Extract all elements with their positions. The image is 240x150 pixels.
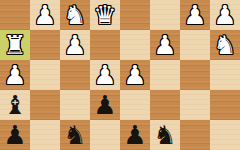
- square-c3[interactable]: ♟: [150, 30, 180, 60]
- square-e3[interactable]: [90, 30, 120, 60]
- square-c4[interactable]: [150, 60, 180, 90]
- square-b2[interactable]: ♟: [180, 0, 210, 30]
- square-d4[interactable]: ♟: [120, 60, 150, 90]
- white-pawn-piece[interactable]: ♟: [63, 30, 86, 60]
- square-f3[interactable]: ♟: [60, 30, 90, 60]
- white-pawn-piece[interactable]: ♟: [153, 30, 176, 60]
- white-knight-piece[interactable]: ♞: [63, 0, 86, 30]
- white-knight-piece[interactable]: ♞: [213, 30, 236, 60]
- square-h3[interactable]: ♜: [0, 30, 30, 60]
- square-d2[interactable]: [120, 0, 150, 30]
- square-g4[interactable]: [30, 60, 60, 90]
- square-b4[interactable]: [180, 60, 210, 90]
- square-h4[interactable]: ♟: [0, 60, 30, 90]
- square-g5[interactable]: [30, 90, 60, 120]
- square-e4[interactable]: ♟: [90, 60, 120, 90]
- black-knight-piece[interactable]: ♞: [63, 120, 86, 150]
- square-a6[interactable]: [210, 120, 240, 150]
- square-d5[interactable]: [120, 90, 150, 120]
- square-c5[interactable]: [150, 90, 180, 120]
- square-a4[interactable]: [210, 60, 240, 90]
- square-d3[interactable]: [120, 30, 150, 60]
- black-bishop-piece[interactable]: ♝: [3, 90, 26, 120]
- square-c2[interactable]: [150, 0, 180, 30]
- black-pawn-piece[interactable]: ♟: [93, 90, 116, 120]
- square-d6[interactable]: ♟: [120, 120, 150, 150]
- chess-board: ♟♞♛♟♟♜♟♟♞♟♟♟♝♟♟♞♟♞: [0, 0, 240, 150]
- square-b6[interactable]: [180, 120, 210, 150]
- square-a2[interactable]: ♟: [210, 0, 240, 30]
- white-pawn-piece[interactable]: ♟: [93, 60, 116, 90]
- square-f6[interactable]: ♞: [60, 120, 90, 150]
- square-h2[interactable]: [0, 0, 30, 30]
- square-a3[interactable]: ♞: [210, 30, 240, 60]
- white-pawn-piece[interactable]: ♟: [183, 0, 206, 30]
- black-pawn-piece[interactable]: ♟: [123, 120, 146, 150]
- square-a5[interactable]: [210, 90, 240, 120]
- square-g2[interactable]: ♟: [30, 0, 60, 30]
- square-h6[interactable]: ♟: [0, 120, 30, 150]
- black-knight-piece[interactable]: ♞: [153, 120, 176, 150]
- square-e5[interactable]: ♟: [90, 90, 120, 120]
- square-f5[interactable]: [60, 90, 90, 120]
- white-pawn-piece[interactable]: ♟: [33, 0, 56, 30]
- white-pawn-piece[interactable]: ♟: [123, 60, 146, 90]
- square-f2[interactable]: ♞: [60, 0, 90, 30]
- square-f4[interactable]: [60, 60, 90, 90]
- square-b3[interactable]: [180, 30, 210, 60]
- white-pawn-piece[interactable]: ♟: [3, 60, 26, 90]
- square-g3[interactable]: [30, 30, 60, 60]
- black-pawn-piece[interactable]: ♟: [3, 120, 26, 150]
- square-e2[interactable]: ♛: [90, 0, 120, 30]
- square-c6[interactable]: ♞: [150, 120, 180, 150]
- square-b5[interactable]: [180, 90, 210, 120]
- white-pawn-piece[interactable]: ♟: [213, 0, 236, 30]
- square-h5[interactable]: ♝: [0, 90, 30, 120]
- square-g6[interactable]: [30, 120, 60, 150]
- square-e6[interactable]: [90, 120, 120, 150]
- white-rook-piece[interactable]: ♜: [3, 30, 26, 60]
- white-queen-piece[interactable]: ♛: [93, 0, 116, 30]
